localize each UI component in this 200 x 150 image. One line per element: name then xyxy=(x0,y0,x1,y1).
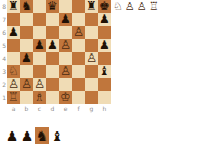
file-label-c: c xyxy=(33,104,46,113)
square-b2[interactable]: ♙ xyxy=(20,78,33,91)
black-pawn[interactable]: ♟ xyxy=(60,13,71,26)
rank-label-6: 6 xyxy=(0,26,6,39)
white-pawn[interactable]: ♙ xyxy=(60,65,71,78)
square-g4[interactable]: ♙ xyxy=(85,52,98,65)
file-label-f: f xyxy=(72,104,85,113)
black-pawn[interactable]: ♟ xyxy=(47,39,58,52)
square-h7[interactable]: ♟ xyxy=(98,13,111,26)
square-d1[interactable] xyxy=(46,91,59,104)
square-g1[interactable] xyxy=(85,91,98,104)
file-label-b: b xyxy=(20,104,33,113)
rank-label-4: 4 xyxy=(0,52,6,65)
square-a5[interactable] xyxy=(7,39,20,52)
square-b6[interactable] xyxy=(20,26,33,39)
square-h1[interactable] xyxy=(98,91,111,104)
square-a8[interactable]: ♜ xyxy=(7,0,20,13)
black-pawn[interactable]: ♟ xyxy=(8,26,19,39)
captured-white-pawn[interactable]: ♙ xyxy=(136,0,148,13)
square-g8[interactable]: ♜ xyxy=(85,0,98,13)
square-d7[interactable] xyxy=(46,13,59,26)
file-label-d: d xyxy=(46,104,59,113)
chess-app: 87654321 ♜♞♛♜♚♟♟♟♙♟♟♙♟♟♙♘♙♝♙♙♙♖♗♔ abcdef… xyxy=(0,0,200,150)
square-c8[interactable] xyxy=(33,0,46,13)
black-pawn[interactable]: ♟ xyxy=(34,39,45,52)
square-d2[interactable] xyxy=(46,78,59,91)
rank-label-3: 3 xyxy=(0,65,6,78)
captured-black-pawn[interactable]: ♟ xyxy=(20,127,34,144)
square-e7[interactable]: ♟ xyxy=(59,13,72,26)
file-label-e: e xyxy=(59,104,72,113)
black-pawn[interactable]: ♟ xyxy=(99,39,110,52)
square-c5[interactable]: ♟ xyxy=(33,39,46,52)
square-d8[interactable]: ♛ xyxy=(46,0,59,13)
square-e5[interactable]: ♙ xyxy=(59,39,72,52)
white-pawn[interactable]: ♙ xyxy=(73,26,84,39)
square-f3[interactable] xyxy=(72,65,85,78)
square-f5[interactable] xyxy=(72,39,85,52)
captured-black-bishop[interactable]: ♝ xyxy=(50,127,64,144)
square-e1[interactable]: ♔ xyxy=(59,91,72,104)
white-king[interactable]: ♔ xyxy=(60,91,71,104)
file-label-h: h xyxy=(98,104,111,113)
square-g7[interactable] xyxy=(85,13,98,26)
rank-label-2: 2 xyxy=(0,78,6,91)
square-b1[interactable] xyxy=(20,91,33,104)
square-h3[interactable]: ♝ xyxy=(98,65,111,78)
rank-labels: 87654321 xyxy=(0,0,6,104)
square-a6[interactable]: ♟ xyxy=(7,26,20,39)
rank-label-7: 7 xyxy=(0,13,6,26)
black-pawn[interactable]: ♟ xyxy=(21,52,32,65)
square-d3[interactable] xyxy=(46,65,59,78)
square-g6[interactable] xyxy=(85,26,98,39)
rank-label-8: 8 xyxy=(0,0,6,13)
captured-white-knight[interactable]: ♘ xyxy=(112,0,124,13)
square-a1[interactable]: ♖ xyxy=(7,91,20,104)
captured-white-pawn[interactable]: ♙ xyxy=(124,0,136,13)
square-d4[interactable] xyxy=(46,52,59,65)
black-knight[interactable]: ♞ xyxy=(21,0,32,13)
square-e3[interactable]: ♙ xyxy=(59,65,72,78)
white-bishop[interactable]: ♗ xyxy=(34,91,45,104)
square-f4[interactable] xyxy=(72,52,85,65)
captured-black-pieces-tray: ♟♟♞♝ xyxy=(5,127,65,144)
file-label-g: g xyxy=(85,104,98,113)
square-f1[interactable] xyxy=(72,91,85,104)
black-rook[interactable]: ♜ xyxy=(86,0,97,13)
square-c4[interactable] xyxy=(33,52,46,65)
black-queen[interactable]: ♛ xyxy=(47,0,58,13)
square-f2[interactable] xyxy=(72,78,85,91)
white-pawn[interactable]: ♙ xyxy=(86,52,97,65)
file-labels: abcdefgh xyxy=(7,104,111,113)
square-g3[interactable] xyxy=(85,65,98,78)
black-pawn[interactable]: ♟ xyxy=(99,13,110,26)
white-pawn[interactable]: ♙ xyxy=(21,78,32,91)
captured-black-pawn[interactable]: ♟ xyxy=(5,127,19,144)
black-bishop[interactable]: ♝ xyxy=(99,65,110,78)
square-b4[interactable]: ♟ xyxy=(20,52,33,65)
square-f6[interactable]: ♙ xyxy=(72,26,85,39)
file-label-a: a xyxy=(7,104,20,113)
square-c7[interactable] xyxy=(33,13,46,26)
captured-white-rook[interactable]: ♖ xyxy=(148,0,160,13)
square-c1[interactable]: ♗ xyxy=(33,91,46,104)
chess-board[interactable]: ♜♞♛♜♚♟♟♟♙♟♟♙♟♟♙♘♙♝♙♙♙♖♗♔ xyxy=(7,0,111,104)
white-pawn[interactable]: ♙ xyxy=(60,39,71,52)
square-f8[interactable] xyxy=(72,0,85,13)
captured-black-knight[interactable]: ♞ xyxy=(35,127,49,144)
rank-label-5: 5 xyxy=(0,39,6,52)
square-h5[interactable]: ♟ xyxy=(98,39,111,52)
captured-white-pieces-tray: ♘♙♙♖ xyxy=(112,0,160,13)
black-rook[interactable]: ♜ xyxy=(8,0,19,13)
white-rook[interactable]: ♖ xyxy=(8,91,19,104)
square-d5[interactable]: ♟ xyxy=(46,39,59,52)
square-g2[interactable] xyxy=(85,78,98,91)
square-h2[interactable] xyxy=(98,78,111,91)
rank-label-1: 1 xyxy=(0,91,6,104)
square-b7[interactable] xyxy=(20,13,33,26)
square-b8[interactable]: ♞ xyxy=(20,0,33,13)
